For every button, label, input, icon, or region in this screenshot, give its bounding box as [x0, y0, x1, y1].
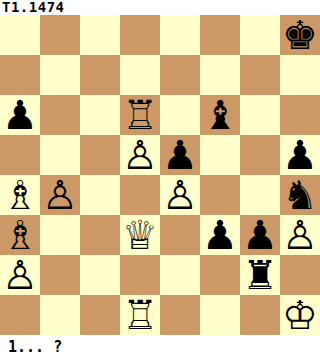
square-a7[interactable]: [0, 55, 40, 95]
square-g8[interactable]: [240, 15, 280, 55]
black-pawn[interactable]: ♟: [202, 215, 238, 255]
square-g5[interactable]: [240, 135, 280, 175]
square-b5[interactable]: [40, 135, 80, 175]
square-g2[interactable]: ♜: [240, 255, 280, 295]
square-c4[interactable]: [80, 175, 120, 215]
square-h6[interactable]: [280, 95, 320, 135]
square-h2[interactable]: [280, 255, 320, 295]
white-rook[interactable]: ♖: [122, 95, 158, 135]
square-b4[interactable]: ♙: [40, 175, 80, 215]
white-pawn[interactable]: ♙: [2, 255, 38, 295]
square-b2[interactable]: [40, 255, 80, 295]
square-d3[interactable]: ♕: [120, 215, 160, 255]
square-f8[interactable]: [200, 15, 240, 55]
square-e6[interactable]: [160, 95, 200, 135]
square-h1[interactable]: ♔: [280, 295, 320, 335]
white-rook[interactable]: ♖: [122, 295, 158, 335]
square-c2[interactable]: [80, 255, 120, 295]
square-d5[interactable]: ♙: [120, 135, 160, 175]
square-a8[interactable]: [0, 15, 40, 55]
square-g6[interactable]: [240, 95, 280, 135]
square-f7[interactable]: [200, 55, 240, 95]
black-pawn[interactable]: ♟: [162, 135, 198, 175]
black-bishop[interactable]: ♝: [202, 95, 238, 135]
square-e4[interactable]: ♙: [160, 175, 200, 215]
square-g4[interactable]: [240, 175, 280, 215]
square-f3[interactable]: ♟: [200, 215, 240, 255]
square-e2[interactable]: [160, 255, 200, 295]
square-b6[interactable]: [40, 95, 80, 135]
black-pawn[interactable]: ♟: [282, 135, 318, 175]
square-b8[interactable]: [40, 15, 80, 55]
square-a6[interactable]: ♟: [0, 95, 40, 135]
square-a1[interactable]: [0, 295, 40, 335]
square-c5[interactable]: [80, 135, 120, 175]
square-b3[interactable]: [40, 215, 80, 255]
white-pawn[interactable]: ♙: [122, 135, 158, 175]
white-pawn[interactable]: ♙: [42, 175, 78, 215]
square-d8[interactable]: [120, 15, 160, 55]
square-f4[interactable]: [200, 175, 240, 215]
square-a3[interactable]: ♗: [0, 215, 40, 255]
square-d7[interactable]: [120, 55, 160, 95]
white-bishop[interactable]: ♗: [2, 215, 38, 255]
square-h4[interactable]: ♞: [280, 175, 320, 215]
square-e5[interactable]: ♟: [160, 135, 200, 175]
square-h8[interactable]: ♚: [280, 15, 320, 55]
square-e8[interactable]: [160, 15, 200, 55]
black-pawn[interactable]: ♟: [242, 215, 278, 255]
square-g1[interactable]: [240, 295, 280, 335]
move-prompt: 1... ?: [0, 335, 320, 360]
square-c8[interactable]: [80, 15, 120, 55]
square-e1[interactable]: [160, 295, 200, 335]
white-bishop[interactable]: ♗: [2, 175, 38, 215]
square-h7[interactable]: [280, 55, 320, 95]
black-pawn[interactable]: ♟: [2, 95, 38, 135]
square-d2[interactable]: [120, 255, 160, 295]
square-h3[interactable]: ♙: [280, 215, 320, 255]
square-b1[interactable]: [40, 295, 80, 335]
puzzle-id: T1.1474: [0, 0, 320, 15]
square-a4[interactable]: ♗: [0, 175, 40, 215]
white-king[interactable]: ♔: [282, 295, 318, 335]
white-pawn[interactable]: ♙: [162, 175, 198, 215]
black-rook[interactable]: ♜: [242, 255, 278, 295]
chess-puzzle-page: T1.1474 ♚♟♖♝♙♟♟♗♙♙♞♗♕♟♟♙♙♜♖♔ 1... ?: [0, 0, 320, 360]
square-a2[interactable]: ♙: [0, 255, 40, 295]
square-g7[interactable]: [240, 55, 280, 95]
square-e3[interactable]: [160, 215, 200, 255]
square-a5[interactable]: [0, 135, 40, 175]
square-d1[interactable]: ♖: [120, 295, 160, 335]
square-f2[interactable]: [200, 255, 240, 295]
white-queen[interactable]: ♕: [122, 215, 158, 255]
square-b7[interactable]: [40, 55, 80, 95]
square-f5[interactable]: [200, 135, 240, 175]
square-f6[interactable]: ♝: [200, 95, 240, 135]
square-c6[interactable]: [80, 95, 120, 135]
square-d6[interactable]: ♖: [120, 95, 160, 135]
square-h5[interactable]: ♟: [280, 135, 320, 175]
square-g3[interactable]: ♟: [240, 215, 280, 255]
chess-board: ♚♟♖♝♙♟♟♗♙♙♞♗♕♟♟♙♙♜♖♔: [0, 15, 320, 335]
white-pawn[interactable]: ♙: [282, 215, 318, 255]
square-d4[interactable]: [120, 175, 160, 215]
square-f1[interactable]: [200, 295, 240, 335]
black-knight[interactable]: ♞: [282, 175, 318, 215]
square-e7[interactable]: [160, 55, 200, 95]
square-c1[interactable]: [80, 295, 120, 335]
black-king[interactable]: ♚: [282, 15, 318, 55]
square-c7[interactable]: [80, 55, 120, 95]
square-c3[interactable]: [80, 215, 120, 255]
